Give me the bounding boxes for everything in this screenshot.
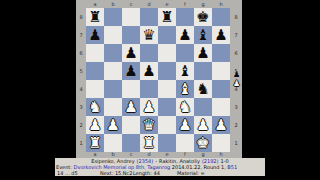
file-label-a: a bbox=[86, 150, 104, 158]
next-move: Next: 15.Nc2 bbox=[100, 170, 133, 176]
file-label-h: h bbox=[212, 0, 230, 8]
status-line: 14 ... d5 Next: 15.Nc2 Length: 44 Materi… bbox=[55, 170, 265, 176]
square-d3[interactable]: ♟ bbox=[140, 98, 158, 116]
square-a8[interactable]: ♜ bbox=[86, 8, 104, 26]
file-label-a: a bbox=[86, 0, 104, 8]
square-b4[interactable] bbox=[104, 80, 122, 98]
rank-label-6: 6 bbox=[76, 44, 86, 62]
rank-label-5: 5 bbox=[76, 62, 86, 80]
black-pawn[interactable]: ♟ bbox=[212, 26, 230, 44]
file-label-f: f bbox=[176, 150, 194, 158]
black-pawn[interactable]: ♟ bbox=[140, 62, 158, 80]
square-g3[interactable] bbox=[194, 98, 212, 116]
white-pawn-icon: ♟ bbox=[231, 79, 242, 88]
square-c2[interactable] bbox=[122, 116, 140, 134]
chess-board: ♜♜♚♟♛♟♝♟♟♟♟♟♝♝♞♞♟♟♞♟♟♛♟♟♟♜♜♚ bbox=[86, 8, 230, 152]
white-pawn[interactable]: ♟ bbox=[176, 116, 194, 134]
rank-label-2: 2 bbox=[230, 116, 242, 134]
file-label-b: b bbox=[104, 150, 122, 158]
file-label-g: g bbox=[194, 150, 212, 158]
square-b7[interactable] bbox=[104, 26, 122, 44]
rank-label-2: 2 bbox=[76, 116, 86, 134]
white-pawn[interactable]: ♟ bbox=[140, 98, 158, 116]
square-e7[interactable] bbox=[158, 26, 176, 44]
square-d5[interactable]: ♟ bbox=[140, 62, 158, 80]
black-king[interactable]: ♚ bbox=[194, 8, 212, 26]
file-labels-bottom: abcdefgh bbox=[86, 150, 230, 158]
white-knight[interactable]: ♞ bbox=[86, 98, 104, 116]
file-label-h: h bbox=[212, 150, 230, 158]
square-f4[interactable]: ♝ bbox=[176, 80, 194, 98]
square-f8[interactable] bbox=[176, 8, 194, 26]
square-e5[interactable] bbox=[158, 62, 176, 80]
square-b6[interactable] bbox=[104, 44, 122, 62]
square-b5[interactable] bbox=[104, 62, 122, 80]
board-widget: abcdefgh 87654321 ♜♜♚♟♛♟♝♟♟♟♟♟♝♝♞♞♟♟♞♟♟♛… bbox=[76, 0, 242, 158]
square-c3[interactable]: ♟ bbox=[122, 98, 140, 116]
white-pawn[interactable]: ♟ bbox=[212, 116, 230, 134]
square-b8[interactable] bbox=[104, 8, 122, 26]
file-label-c: c bbox=[122, 0, 140, 8]
white-bishop[interactable]: ♝ bbox=[176, 80, 194, 98]
file-label-e: e bbox=[158, 150, 176, 158]
square-h4[interactable] bbox=[212, 80, 230, 98]
black-rook[interactable]: ♜ bbox=[158, 8, 176, 26]
black-knight[interactable]: ♞ bbox=[194, 80, 212, 98]
current-move: 14 ... d5 bbox=[57, 170, 78, 176]
square-f3[interactable]: ♞ bbox=[176, 98, 194, 116]
file-label-c: c bbox=[122, 150, 140, 158]
white-pawn[interactable]: ♟ bbox=[122, 98, 140, 116]
square-g2[interactable]: ♟ bbox=[194, 116, 212, 134]
square-a4[interactable] bbox=[86, 80, 104, 98]
rank-label-1: 1 bbox=[76, 134, 86, 152]
app-window: { "game": "chess", "position": "r3r1k1/p… bbox=[0, 0, 320, 180]
white-queen[interactable]: ♛ bbox=[140, 116, 158, 134]
file-label-d: d bbox=[140, 150, 158, 158]
square-h3[interactable] bbox=[212, 98, 230, 116]
rank-label-6: 6 bbox=[230, 44, 242, 62]
black-pawn[interactable]: ♟ bbox=[122, 62, 140, 80]
square-g4[interactable]: ♞ bbox=[194, 80, 212, 98]
square-c4[interactable] bbox=[122, 80, 140, 98]
square-e6[interactable] bbox=[158, 44, 176, 62]
black-pawn[interactable]: ♟ bbox=[86, 26, 104, 44]
white-pawn[interactable]: ♟ bbox=[86, 116, 104, 134]
side-to-move-indicator[interactable]: ♟ ♟ bbox=[231, 70, 242, 88]
square-e2[interactable] bbox=[158, 116, 176, 134]
square-h5[interactable] bbox=[212, 62, 230, 80]
square-d2[interactable]: ♛ bbox=[140, 116, 158, 134]
square-f6[interactable] bbox=[176, 44, 194, 62]
square-f2[interactable]: ♟ bbox=[176, 116, 194, 134]
file-label-e: e bbox=[158, 0, 176, 8]
white-pawn[interactable]: ♟ bbox=[104, 116, 122, 134]
black-pawn-icon: ♟ bbox=[231, 70, 242, 79]
black-pawn[interactable]: ♟ bbox=[194, 44, 212, 62]
rank-labels-left: 87654321 bbox=[76, 8, 86, 152]
square-h8[interactable] bbox=[212, 8, 230, 26]
square-d7[interactable]: ♛ bbox=[140, 26, 158, 44]
material-balance: Material: = bbox=[177, 170, 205, 176]
game-info-panel: Esipenko, Andrey (2354) - Rakitin, Anato… bbox=[55, 158, 265, 176]
black-pawn[interactable]: ♟ bbox=[176, 26, 194, 44]
square-a5[interactable] bbox=[86, 62, 104, 80]
black-queen[interactable]: ♛ bbox=[140, 26, 158, 44]
rank-label-3: 3 bbox=[76, 98, 86, 116]
square-e8[interactable]: ♜ bbox=[158, 8, 176, 26]
black-bishop[interactable]: ♝ bbox=[194, 26, 212, 44]
game-length: Length: 44 bbox=[133, 170, 160, 176]
file-label-g: g bbox=[194, 0, 212, 8]
square-b3[interactable] bbox=[104, 98, 122, 116]
rank-label-8: 8 bbox=[230, 8, 242, 26]
square-e4[interactable] bbox=[158, 80, 176, 98]
black-bishop[interactable]: ♝ bbox=[176, 62, 194, 80]
rank-label-1: 1 bbox=[230, 134, 242, 152]
square-g8[interactable]: ♚ bbox=[194, 8, 212, 26]
square-a6[interactable] bbox=[86, 44, 104, 62]
square-f5[interactable]: ♝ bbox=[176, 62, 194, 80]
square-c7[interactable] bbox=[122, 26, 140, 44]
square-g7[interactable]: ♝ bbox=[194, 26, 212, 44]
square-a3[interactable]: ♞ bbox=[86, 98, 104, 116]
square-c5[interactable]: ♟ bbox=[122, 62, 140, 80]
rank-label-3: 3 bbox=[230, 98, 242, 116]
black-rook[interactable]: ♜ bbox=[86, 8, 104, 26]
square-h2[interactable]: ♟ bbox=[212, 116, 230, 134]
black-pawn[interactable]: ♟ bbox=[122, 44, 140, 62]
file-label-b: b bbox=[104, 0, 122, 8]
square-d8[interactable] bbox=[140, 8, 158, 26]
rank-label-8: 8 bbox=[76, 8, 86, 26]
square-a2[interactable]: ♟ bbox=[86, 116, 104, 134]
square-d6[interactable] bbox=[140, 44, 158, 62]
white-pawn[interactable]: ♟ bbox=[194, 116, 212, 134]
file-label-d: d bbox=[140, 0, 158, 8]
square-e3[interactable] bbox=[158, 98, 176, 116]
rank-label-7: 7 bbox=[76, 26, 86, 44]
square-d4[interactable] bbox=[140, 80, 158, 98]
file-labels-top: abcdefgh bbox=[86, 0, 230, 8]
rank-label-7: 7 bbox=[230, 26, 242, 44]
square-h6[interactable] bbox=[212, 44, 230, 62]
square-c8[interactable] bbox=[122, 8, 140, 26]
white-knight[interactable]: ♞ bbox=[176, 98, 194, 116]
rank-label-4: 4 bbox=[76, 80, 86, 98]
square-g6[interactable]: ♟ bbox=[194, 44, 212, 62]
square-g5[interactable] bbox=[194, 62, 212, 80]
square-h7[interactable]: ♟ bbox=[212, 26, 230, 44]
square-a7[interactable]: ♟ bbox=[86, 26, 104, 44]
square-b2[interactable]: ♟ bbox=[104, 116, 122, 134]
file-label-f: f bbox=[176, 0, 194, 8]
square-c6[interactable]: ♟ bbox=[122, 44, 140, 62]
square-f7[interactable]: ♟ bbox=[176, 26, 194, 44]
